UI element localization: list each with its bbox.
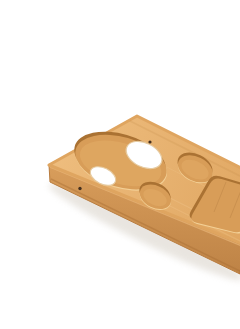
knot-top-wall bbox=[148, 140, 151, 143]
knot-left-edge bbox=[78, 187, 81, 190]
wooden-tray-illustration bbox=[40, 16, 240, 329]
product-image bbox=[40, 16, 240, 329]
